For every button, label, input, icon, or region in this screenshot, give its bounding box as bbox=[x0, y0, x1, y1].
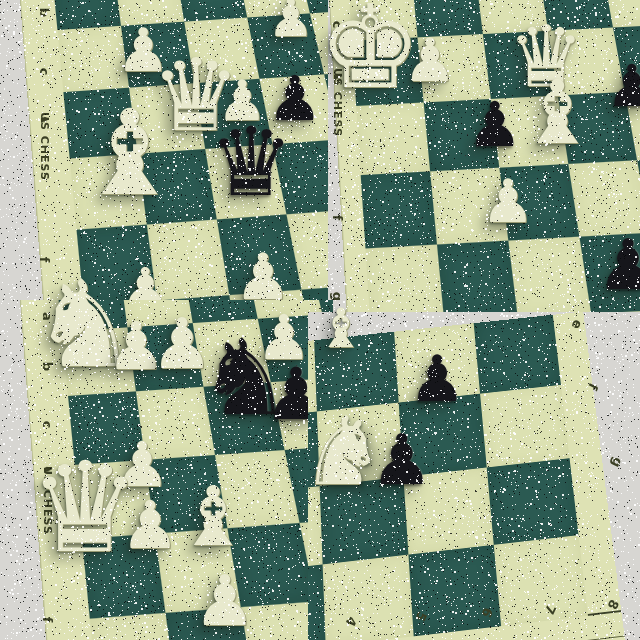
pieces-layer: ♞♟♟♟♞♟♟♛♟♝♟ bbox=[18, 300, 333, 640]
pieces-layer: ♚♟♛♝♟♟♟♟ bbox=[328, 0, 640, 320]
white-pawn-piece: ♟ bbox=[194, 566, 257, 636]
black-pawn-piece: ♟ bbox=[467, 94, 523, 156]
white-pawn-piece: ♟ bbox=[481, 170, 535, 230]
photo-top-right: cfgUS CHESS♞♚♟♛♝♟♟♟♟ bbox=[328, 0, 640, 320]
chessboard-photo-collage: bcfUS CHESS♞♟♟♛♟♟♝♛♟♟cfgUS CHESS♞♚♟♛♝♟♟♟… bbox=[0, 0, 640, 640]
black-pawn-piece: ♟ bbox=[408, 347, 465, 411]
white-bishop-piece: ♝ bbox=[77, 94, 183, 212]
black-pawn-piece: ♟ bbox=[371, 425, 434, 495]
white-bishop-piece: ♝ bbox=[317, 302, 365, 356]
white-pawn-piece: ♟ bbox=[403, 30, 457, 90]
white-pawn-piece: ♟ bbox=[120, 494, 179, 560]
black-pawn-piece: ♟ bbox=[597, 230, 640, 300]
white-pawn-piece: ♟ bbox=[268, 0, 315, 44]
white-bishop-piece: ♝ bbox=[176, 476, 250, 558]
black-pawn-piece: ♟ bbox=[606, 57, 640, 115]
pieces-layer: ♝♟♞♟ bbox=[308, 312, 640, 640]
black-queen-piece: ♛ bbox=[208, 115, 293, 210]
photo-bottom-right: efg45678♝♟♞♟ bbox=[308, 312, 640, 640]
white-bishop-piece: ♝ bbox=[518, 70, 597, 158]
photo-bottom-left: abcfUS CHESS♞♞♟♟♟♞♟♟♛♟♝♟ bbox=[18, 300, 333, 640]
